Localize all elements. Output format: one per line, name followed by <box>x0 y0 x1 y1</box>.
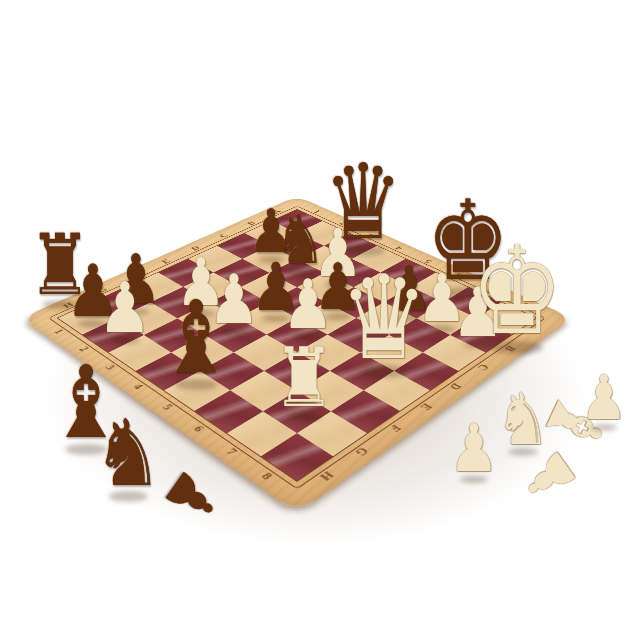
chess-set-photo: 11AA22BB33CC44DD55EE66FF77GG88HH ♛♟♞♟♚♜♟… <box>0 0 633 633</box>
pieces-layer: ♛♟♞♟♚♜♟♟♟♟♟♟♟♟♟♟♟♚♛♝♜♝♟♝♞♟♟♞♟ <box>0 0 633 633</box>
